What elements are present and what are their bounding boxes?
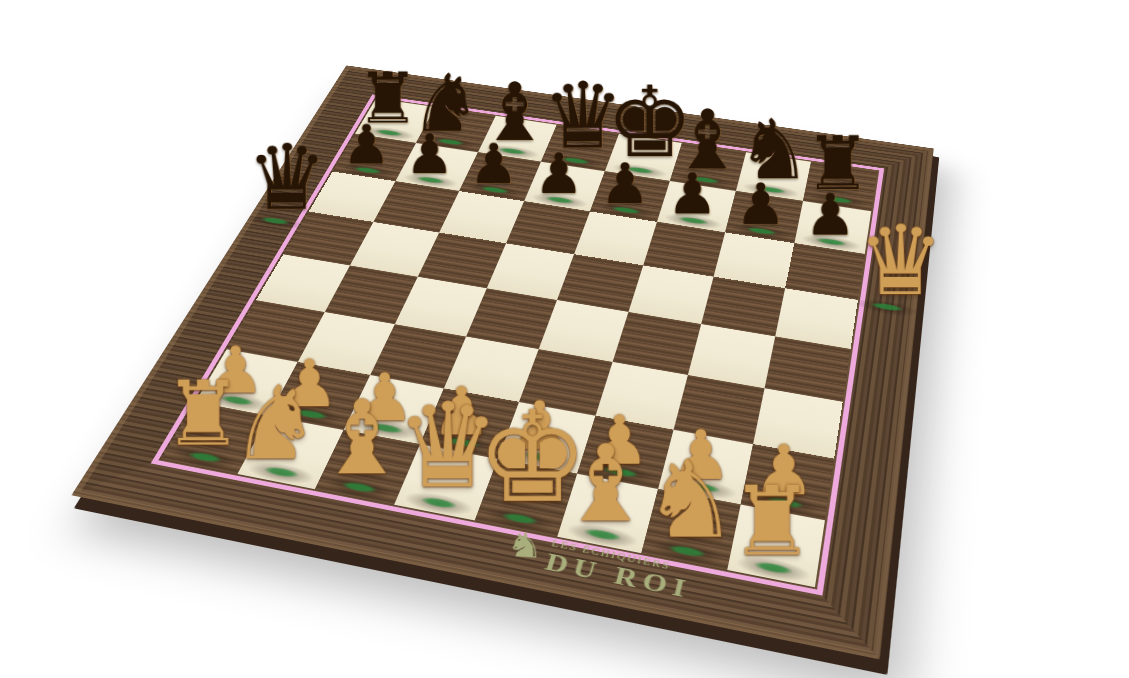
white-rook-h1[interactable]: ♜ — [729, 474, 817, 570]
chess-board: ♜♞♝♛♚♝♞♜♟♟♟♟♟♟♟♟♟♟♟♟♟♟♟♟♜♞♝♛♚♝♞♜ ♛ ♛ ♞ L… — [71, 65, 933, 659]
extra-white-queen[interactable]: ♛ — [857, 213, 915, 310]
white-bishop-c1[interactable]: ♝ — [316, 387, 399, 490]
white-queen-d1[interactable]: ♛ — [395, 387, 479, 504]
white-bishop-f1[interactable]: ♝ — [559, 431, 645, 537]
white-king-e1[interactable]: ♚ — [476, 395, 561, 521]
white-knight-g1[interactable]: ♞ — [643, 446, 730, 553]
chess-set-photo: ♜♞♝♛♚♝♞♜♟♟♟♟♟♟♟♟♟♟♟♟♟♟♟♟♜♞♝♛♚♝♞♜ ♛ ♛ ♞ L… — [0, 0, 1129, 678]
white-knight-b1[interactable]: ♞ — [239, 372, 321, 474]
